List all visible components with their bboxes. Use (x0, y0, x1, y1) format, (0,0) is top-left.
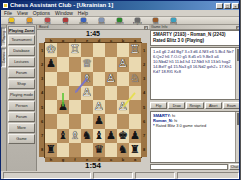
sidebar-item-playing-mode[interactable]: Playing mode (8, 90, 35, 100)
square-d5[interactable]: ♙ (93, 100, 105, 114)
white-queen: ♕ (82, 58, 92, 70)
square-c1[interactable] (105, 43, 117, 57)
square-b3[interactable] (117, 72, 129, 86)
white-king: ♔ (46, 44, 56, 56)
square-c3[interactable]: ♙ (105, 72, 117, 86)
square-c6[interactable] (105, 114, 117, 128)
square-f4[interactable] (69, 86, 81, 100)
moves-text: 1.e4 g6 2.d4 Bg7 3.c3 d6 4.Nf3 e6 5.Bc4 … (153, 49, 234, 74)
toolbar-button-chal[interactable]: Chal (39, 17, 56, 25)
event-line: Rated Blitz 3 0 (Playing) (153, 38, 237, 44)
black-pawn: ♟ (46, 58, 56, 70)
square-b7[interactable]: ♚ (117, 129, 129, 143)
square-g8[interactable] (57, 143, 69, 157)
game-action-buttons: FlipDrawResignAbortExam (150, 101, 240, 110)
toolbar-button-save[interactable]: Save (93, 17, 110, 25)
toolbar-button-watch[interactable]: Watch (111, 17, 128, 25)
app-icon (3, 3, 8, 8)
vertical-tab-playing[interactable]: Playing (1, 27, 6, 46)
chat-line: * Rated Blitz 3 0 game started (153, 123, 234, 128)
square-b5[interactable]: ♙ (117, 100, 129, 114)
board-panel: Board × 1:45 hgfedcba 12345678 ♔♖♖♟♕♙♗♙♘… (37, 25, 149, 171)
window-title: Chess Assistant Club - [Ukrainian 1] (10, 1, 215, 10)
chat-input[interactable] (150, 164, 228, 170)
rank-label-2: 2 (141, 57, 147, 71)
rank-label-6: 6 (141, 114, 147, 128)
white-pawn: ♙ (118, 101, 128, 113)
rank-labels-right: 12345678 (141, 43, 147, 157)
square-b1[interactable] (117, 43, 129, 57)
white-bishop: ♗ (70, 130, 80, 142)
black-knight: ♞ (82, 130, 92, 142)
menu-window[interactable]: Window (55, 10, 73, 16)
menu-bar: FileViewOptionsWindowHelp (1, 10, 240, 17)
white-rook: ♖ (130, 44, 140, 56)
white-pawn: ♙ (118, 58, 128, 70)
square-a3[interactable]: ♘ (129, 72, 141, 86)
rank-label-7: 7 (141, 129, 147, 143)
square-a6[interactable] (129, 114, 141, 128)
move-list[interactable]: 1.e4 g6 2.d4 Bg7 3.c3 d6 4.Nf3 e6 5.Bc4 … (150, 47, 240, 100)
square-a4[interactable] (129, 86, 141, 100)
square-f1[interactable]: ♖ (69, 43, 81, 57)
toolbar-button-engine[interactable]: Engine (129, 17, 146, 25)
black-clock: 1:54 (37, 161, 149, 170)
game-info-title: Game Info (151, 25, 167, 29)
square-d6[interactable]: ♟ (93, 114, 105, 128)
draw-button[interactable]: Draw (168, 102, 185, 109)
sidebar-item-shop[interactable]: Shop (8, 79, 35, 89)
sidebar: Playing Zone TournamentDatabaseLecturesF… (7, 25, 37, 171)
square-b8[interactable]: ♞ (117, 143, 129, 157)
minimize-button[interactable]: _ (216, 3, 223, 9)
square-d4[interactable] (93, 86, 105, 100)
square-e1[interactable] (81, 43, 93, 57)
menu-help[interactable]: Help (78, 10, 88, 16)
sidebar-header: Playing Zone (8, 26, 35, 34)
square-a1[interactable]: ♖ (129, 43, 141, 57)
square-b6[interactable] (117, 114, 129, 128)
square-f6[interactable] (69, 114, 81, 128)
sidebar-item-forum[interactable]: Forum (8, 112, 35, 122)
game-info-close-icon[interactable]: × (236, 26, 241, 30)
square-d7[interactable]: ♝ (93, 129, 105, 143)
sidebar-item-game[interactable]: Game (8, 134, 35, 144)
square-h7[interactable] (45, 129, 57, 143)
square-h8[interactable]: ♜ (45, 143, 57, 157)
players-box: SMARTY (2193) - Roman_N (2243) Rated Bli… (150, 30, 240, 46)
square-a2[interactable] (129, 57, 141, 71)
square-c2[interactable] (105, 57, 117, 71)
square-e6[interactable] (81, 114, 93, 128)
black-pawn: ♟ (106, 130, 116, 142)
square-c5[interactable] (105, 100, 117, 114)
square-g5[interactable]: ♟ (57, 100, 69, 114)
board-panel-close-icon[interactable]: × (144, 26, 149, 30)
board-panel-title: Board (39, 25, 48, 29)
square-g4[interactable] (57, 86, 69, 100)
square-f7[interactable]: ♗ (69, 129, 81, 143)
rank-label-8: 8 (141, 143, 147, 157)
rank-label-3: 3 (141, 72, 147, 86)
rank-label-4: 4 (141, 86, 147, 100)
black-bishop: ♝ (58, 130, 68, 142)
white-pawn: ♙ (82, 87, 92, 99)
square-h5[interactable] (45, 100, 57, 114)
square-e8[interactable] (81, 143, 93, 157)
toolbar-button-games[interactable]: Games (75, 17, 92, 25)
square-g1[interactable] (57, 43, 69, 57)
white-pawn: ♙ (106, 73, 116, 85)
square-g7[interactable]: ♝ (57, 129, 69, 143)
square-e3[interactable]: ♗ (81, 72, 93, 86)
black-queen: ♛ (94, 144, 104, 156)
game-info-panel: Game Info × SMARTY (2193) - Roman_N (224… (149, 25, 240, 171)
square-g3[interactable] (57, 72, 69, 86)
square-e7[interactable]: ♞ (81, 129, 93, 143)
square-h2[interactable]: ♟ (45, 57, 57, 71)
square-e2[interactable]: ♕ (81, 57, 93, 71)
exam-button[interactable]: Exam (223, 102, 240, 109)
board-wrap: hgfedcba 12345678 ♔♖♖♟♕♙♗♙♘♙♟♙♙♟♝♗♞♝♟♚♟♜… (39, 38, 147, 162)
toolbar-button-seek[interactable]: Seek (21, 17, 38, 25)
black-rook: ♜ (46, 144, 56, 156)
toolbar-button-setup[interactable]: Setup (165, 17, 182, 25)
status-segment (93, 172, 133, 179)
title-bar[interactable]: Chess Assistant Club - [Ukrainian 1] _ □… (1, 1, 240, 10)
square-h3[interactable] (45, 72, 57, 86)
black-pawn: ♟ (58, 101, 68, 113)
black-pawn: ♟ (130, 130, 140, 142)
toolbar-button-hook[interactable]: Hook (3, 17, 20, 25)
square-a8[interactable]: ♜ (129, 143, 141, 157)
maximize-button[interactable]: □ (224, 3, 231, 9)
flip-button[interactable]: Flip (150, 102, 167, 109)
chess-board[interactable]: ♔♖♖♟♕♙♗♙♘♙♟♙♙♟♝♗♞♝♟♚♟♜♛♞♜ (45, 43, 141, 157)
white-rook: ♖ (70, 44, 80, 56)
sidebar-item-lectures[interactable]: Lectures (8, 57, 35, 67)
black-rook: ♜ (130, 144, 140, 156)
status-segment (177, 172, 239, 179)
square-h6[interactable] (45, 114, 57, 128)
square-a5[interactable] (129, 100, 141, 114)
black-king: ♚ (118, 130, 128, 142)
toolbar: HookSeekChalPlayGamesSaveWatchEngineTask… (1, 17, 240, 25)
status-segment (3, 172, 91, 179)
menu-options[interactable]: Options (33, 10, 50, 16)
square-h4[interactable] (45, 86, 57, 100)
square-d3[interactable] (93, 72, 105, 86)
square-h1[interactable]: ♔ (45, 43, 57, 57)
sidebar-item-more[interactable]: More (8, 123, 35, 133)
sidebar-item-database[interactable]: Database (8, 46, 35, 56)
rank-label-5: 5 (141, 100, 147, 114)
close-button[interactable]: × (232, 3, 239, 9)
status-bar (1, 171, 240, 180)
square-f5[interactable] (69, 100, 81, 114)
square-f2[interactable] (69, 57, 81, 71)
square-b2[interactable]: ♙ (117, 57, 129, 71)
white-bishop: ♗ (82, 73, 92, 85)
menu-file[interactable]: File (4, 10, 12, 16)
square-a7[interactable]: ♟ (129, 129, 141, 143)
app-window: Chess Assistant Club - [Ukrainian 1] _ □… (0, 0, 240, 180)
white-knight: ♘ (130, 73, 140, 85)
rank-label-1: 1 (141, 43, 147, 57)
chat-box[interactable]: SMARTY: hiRoman_N: hi* Rated Blitz 3 0 g… (150, 111, 240, 163)
resign-button[interactable]: Resign (186, 102, 203, 109)
white-pawn: ♙ (94, 101, 104, 113)
square-c4[interactable] (105, 86, 117, 100)
square-e5[interactable] (81, 100, 93, 114)
status-segment (135, 172, 175, 179)
square-d2[interactable] (93, 57, 105, 71)
abort-button[interactable]: Abort (205, 102, 222, 109)
toolbar-button-task[interactable]: Task (147, 17, 164, 25)
square-g6[interactable] (57, 114, 69, 128)
vertical-tab-games[interactable]: Games (1, 48, 6, 67)
black-pawn: ♟ (94, 115, 104, 127)
square-f8[interactable] (69, 143, 81, 157)
moves-scrollbar[interactable] (235, 48, 239, 99)
sidebar-item-forum[interactable]: Forum (8, 68, 35, 78)
square-g2[interactable] (57, 57, 69, 71)
black-knight: ♞ (118, 144, 128, 156)
square-c8[interactable] (105, 143, 117, 157)
white-clock: 1:45 (37, 30, 149, 37)
square-e4[interactable]: ♙ (81, 86, 93, 100)
chat-scrollbar[interactable] (235, 112, 239, 162)
chat-send-button[interactable]: Chat (229, 164, 240, 170)
black-bishop: ♝ (94, 130, 104, 142)
square-c7[interactable]: ♟ (105, 129, 117, 143)
menu-view[interactable]: View (17, 10, 28, 16)
square-f3[interactable] (69, 72, 81, 86)
square-d8[interactable]: ♛ (93, 143, 105, 157)
toolbar-button-play[interactable]: Play (57, 17, 74, 25)
square-d1[interactable] (93, 43, 105, 57)
sidebar-item-person[interactable]: Person (8, 101, 35, 111)
sidebar-item-tournament[interactable]: Tournament (8, 35, 35, 45)
square-b4[interactable] (117, 86, 129, 100)
